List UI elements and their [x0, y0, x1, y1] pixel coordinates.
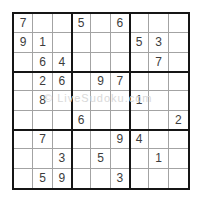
cell-r3c9[interactable]: [169, 53, 188, 72]
cell-r5c2[interactable]: 8: [33, 91, 52, 110]
cell-r8c6[interactable]: [111, 149, 130, 168]
cell-r4c5[interactable]: 9: [91, 72, 110, 91]
cell-r9c9[interactable]: [169, 169, 188, 188]
cell-r8c1[interactable]: [14, 149, 33, 168]
cell-r7c4[interactable]: [72, 130, 91, 149]
cell-r8c7[interactable]: [130, 149, 149, 168]
cell-r2c5[interactable]: [91, 33, 110, 52]
cell-r3c1[interactable]: [14, 53, 33, 72]
cell-r3c6[interactable]: [111, 53, 130, 72]
cell-r6c4[interactable]: 6: [72, 111, 91, 130]
cell-r2c7[interactable]: 5: [130, 33, 149, 52]
cell-r1c3[interactable]: [53, 14, 72, 33]
cell-r9c4[interactable]: [72, 169, 91, 188]
cell-r4c9[interactable]: [169, 72, 188, 91]
cell-r4c8[interactable]: [149, 72, 168, 91]
cell-r3c4[interactable]: [72, 53, 91, 72]
cell-r9c2[interactable]: 5: [33, 169, 52, 188]
cell-r6c7[interactable]: [130, 111, 149, 130]
cell-r6c6[interactable]: [111, 111, 130, 130]
cell-r7c1[interactable]: [14, 130, 33, 149]
cell-r6c9[interactable]: 2: [169, 111, 188, 130]
cell-r9c8[interactable]: [149, 169, 168, 188]
cell-r4c2[interactable]: 2: [33, 72, 52, 91]
cell-r8c2[interactable]: [33, 149, 52, 168]
cell-r7c8[interactable]: [149, 130, 168, 149]
cell-r2c8[interactable]: 3: [149, 33, 168, 52]
cell-r7c3[interactable]: [53, 130, 72, 149]
cell-r5c6[interactable]: [111, 91, 130, 110]
cell-r2c2[interactable]: 1: [33, 33, 52, 52]
cell-r1c7[interactable]: [130, 14, 149, 33]
cell-r5c9[interactable]: [169, 91, 188, 110]
cell-r9c7[interactable]: [130, 169, 149, 188]
cell-r5c1[interactable]: [14, 91, 33, 110]
cell-r1c2[interactable]: [33, 14, 52, 33]
cell-r6c2[interactable]: [33, 111, 52, 130]
cell-r2c3[interactable]: [53, 33, 72, 52]
sudoku-page: © LiveSudoku.com 75691536472697816279435…: [0, 0, 200, 200]
cell-r1c8[interactable]: [149, 14, 168, 33]
cell-r2c9[interactable]: [169, 33, 188, 52]
cell-r6c3[interactable]: [53, 111, 72, 130]
cell-r8c3[interactable]: 3: [53, 149, 72, 168]
cell-r6c5[interactable]: [91, 111, 110, 130]
cell-r5c5[interactable]: [91, 91, 110, 110]
sudoku-board: © LiveSudoku.com 75691536472697816279435…: [12, 12, 190, 190]
cell-r1c1[interactable]: 7: [14, 14, 33, 33]
cell-r9c6[interactable]: 3: [111, 169, 130, 188]
cell-r3c5[interactable]: [91, 53, 110, 72]
cell-r2c6[interactable]: [111, 33, 130, 52]
cell-r1c9[interactable]: [169, 14, 188, 33]
cell-r9c1[interactable]: [14, 169, 33, 188]
cell-r2c1[interactable]: 9: [14, 33, 33, 52]
cell-r3c3[interactable]: 4: [53, 53, 72, 72]
cell-r7c5[interactable]: [91, 130, 110, 149]
cell-r5c3[interactable]: [53, 91, 72, 110]
cell-r4c7[interactable]: [130, 72, 149, 91]
cell-r3c8[interactable]: 7: [149, 53, 168, 72]
cell-r4c1[interactable]: [14, 72, 33, 91]
cell-r5c7[interactable]: 1: [130, 91, 149, 110]
cell-r7c7[interactable]: 4: [130, 130, 149, 149]
cell-r8c5[interactable]: 5: [91, 149, 110, 168]
cell-r1c4[interactable]: 5: [72, 14, 91, 33]
cell-r3c2[interactable]: 6: [33, 53, 52, 72]
cell-r4c4[interactable]: [72, 72, 91, 91]
cell-r3c7[interactable]: [130, 53, 149, 72]
cell-r2c4[interactable]: [72, 33, 91, 52]
cell-r5c4[interactable]: [72, 91, 91, 110]
cell-r1c5[interactable]: [91, 14, 110, 33]
cell-r8c4[interactable]: [72, 149, 91, 168]
cell-r6c8[interactable]: [149, 111, 168, 130]
cell-r7c2[interactable]: 7: [33, 130, 52, 149]
cell-r9c3[interactable]: 9: [53, 169, 72, 188]
cell-r9c5[interactable]: [91, 169, 110, 188]
cell-r7c9[interactable]: [169, 130, 188, 149]
cell-r7c6[interactable]: 9: [111, 130, 130, 149]
cell-r1c6[interactable]: 6: [111, 14, 130, 33]
cell-r6c1[interactable]: [14, 111, 33, 130]
cell-r8c9[interactable]: [169, 149, 188, 168]
cell-r4c6[interactable]: 7: [111, 72, 130, 91]
cell-r5c8[interactable]: [149, 91, 168, 110]
cell-r4c3[interactable]: 6: [53, 72, 72, 91]
cell-r8c8[interactable]: 1: [149, 149, 168, 168]
